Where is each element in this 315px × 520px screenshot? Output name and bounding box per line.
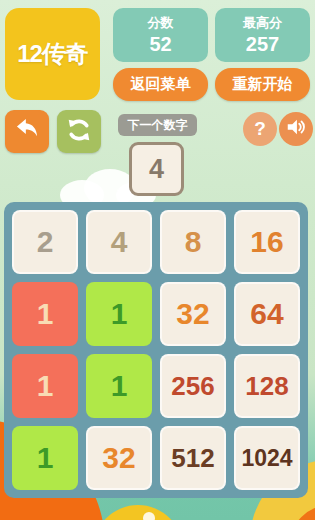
tile-r3c2: 1 (86, 354, 152, 418)
tile-r4c2: 32 (86, 426, 152, 490)
refresh-button[interactable] (57, 110, 101, 153)
menu-button[interactable]: 返回菜单 (113, 68, 208, 101)
tile-r1c3: 8 (160, 210, 226, 274)
app-title: 12传奇 (17, 38, 88, 70)
next-tile-value: 4 (149, 154, 164, 185)
menu-button-label: 返回菜单 (131, 75, 191, 94)
question-mark-icon: ? (254, 118, 266, 140)
tile-r4c1: 1 (12, 426, 78, 490)
restart-button-label: 重新开始 (233, 75, 293, 94)
board-grid[interactable]: 24816113264112561281325121024 (4, 202, 308, 498)
speaker-icon (285, 116, 307, 143)
score-label: 分数 (148, 14, 174, 32)
next-number-label-text: 下一个数字 (128, 117, 188, 134)
tile-r1c1: 2 (12, 210, 78, 274)
undo-arrow-icon (13, 116, 41, 147)
sun-highlight-decoration (143, 512, 155, 520)
tile-r3c4: 128 (234, 354, 300, 418)
tile-r3c3: 256 (160, 354, 226, 418)
help-button[interactable]: ? (243, 112, 277, 146)
score-value: 52 (149, 33, 171, 56)
best-score-box: 最高分 257 (215, 8, 310, 62)
tile-r4c3: 512 (160, 426, 226, 490)
tile-r2c2: 1 (86, 282, 152, 346)
tile-r4c4: 1024 (234, 426, 300, 490)
score-box: 分数 52 (113, 8, 208, 62)
restart-button[interactable]: 重新开始 (215, 68, 310, 101)
next-number-label: 下一个数字 (118, 114, 197, 136)
app-window: 12传奇 分数 52 最高分 257 返回菜单 重新开始 (0, 0, 315, 520)
app-logo: 12传奇 (5, 8, 100, 100)
sun-decoration (93, 505, 183, 520)
best-score-value: 257 (246, 33, 279, 56)
tile-r2c4: 64 (234, 282, 300, 346)
next-tile-preview: 4 (129, 142, 184, 196)
refresh-icon (65, 116, 93, 147)
tile-r1c4: 16 (234, 210, 300, 274)
tile-r2c3: 32 (160, 282, 226, 346)
sound-button[interactable] (279, 112, 313, 146)
tile-r1c2: 4 (86, 210, 152, 274)
best-score-label: 最高分 (243, 14, 282, 32)
tile-r3c1: 1 (12, 354, 78, 418)
undo-button[interactable] (5, 110, 49, 153)
tile-r2c1: 1 (12, 282, 78, 346)
